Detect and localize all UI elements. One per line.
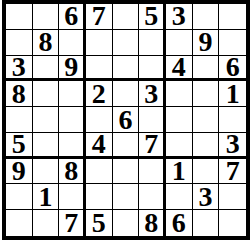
cell-r1c9[interactable] <box>219 4 246 30</box>
cell-r1c7[interactable]: 3 <box>166 4 193 30</box>
cell-r9c3[interactable]: 7 <box>59 210 86 236</box>
cell-r8c2[interactable]: 1 <box>33 184 60 210</box>
cell-r5c4[interactable] <box>86 107 113 133</box>
cell-r8c6[interactable] <box>139 184 166 210</box>
cell-r6c7[interactable] <box>166 133 193 159</box>
cell-r8c5[interactable] <box>113 184 140 210</box>
cell-r5c5[interactable]: 6 <box>113 107 140 133</box>
cell-r4c3[interactable] <box>59 81 86 107</box>
cell-r5c1[interactable] <box>6 107 33 133</box>
cell-r2c3[interactable] <box>59 30 86 56</box>
cell-r7c9[interactable]: 7 <box>219 159 246 185</box>
cell-r9c5[interactable] <box>113 210 140 236</box>
cell-r6c1[interactable]: 5 <box>6 133 33 159</box>
cell-r2c5[interactable] <box>113 30 140 56</box>
cell-r6c8[interactable] <box>193 133 220 159</box>
cell-r9c4[interactable]: 5 <box>86 210 113 236</box>
cell-r7c1[interactable]: 9 <box>6 159 33 185</box>
cell-r2c4[interactable] <box>86 30 113 56</box>
cell-r6c5[interactable] <box>113 133 140 159</box>
sudoku-board: 67538939468231654739817137586 <box>2 0 250 240</box>
cell-r9c9[interactable] <box>219 210 246 236</box>
cell-r3c7[interactable]: 4 <box>166 56 193 82</box>
cell-r4c6[interactable]: 3 <box>139 81 166 107</box>
cell-r5c9[interactable] <box>219 107 246 133</box>
cell-r4c5[interactable] <box>113 81 140 107</box>
cell-r3c5[interactable] <box>113 56 140 82</box>
cell-r7c2[interactable] <box>33 159 60 185</box>
cell-r7c5[interactable] <box>113 159 140 185</box>
cell-r2c2[interactable]: 8 <box>33 30 60 56</box>
cell-r3c8[interactable] <box>193 56 220 82</box>
cell-r7c6[interactable] <box>139 159 166 185</box>
cell-r7c3[interactable]: 8 <box>59 159 86 185</box>
cell-r3c6[interactable] <box>139 56 166 82</box>
cell-r9c2[interactable] <box>33 210 60 236</box>
cell-r7c4[interactable] <box>86 159 113 185</box>
cell-r1c1[interactable] <box>6 4 33 30</box>
cell-r9c7[interactable]: 6 <box>166 210 193 236</box>
cell-r1c8[interactable] <box>193 4 220 30</box>
cell-r9c1[interactable] <box>6 210 33 236</box>
cell-r6c6[interactable]: 7 <box>139 133 166 159</box>
cell-r1c3[interactable]: 6 <box>59 4 86 30</box>
cell-r5c7[interactable] <box>166 107 193 133</box>
cell-r1c4[interactable]: 7 <box>86 4 113 30</box>
cell-r5c6[interactable] <box>139 107 166 133</box>
cell-r7c8[interactable] <box>193 159 220 185</box>
cell-r2c9[interactable] <box>219 30 246 56</box>
cell-r8c7[interactable] <box>166 184 193 210</box>
cell-r4c8[interactable] <box>193 81 220 107</box>
cell-r3c3[interactable]: 9 <box>59 56 86 82</box>
cell-r6c2[interactable] <box>33 133 60 159</box>
cell-r2c1[interactable] <box>6 30 33 56</box>
cell-r9c6[interactable]: 8 <box>139 210 166 236</box>
cell-r4c4[interactable]: 2 <box>86 81 113 107</box>
cell-r6c3[interactable] <box>59 133 86 159</box>
cell-r7c7[interactable]: 1 <box>166 159 193 185</box>
cell-r4c1[interactable]: 8 <box>6 81 33 107</box>
cell-r1c2[interactable] <box>33 4 60 30</box>
cell-r4c9[interactable]: 1 <box>219 81 246 107</box>
cell-r2c6[interactable] <box>139 30 166 56</box>
cell-r3c2[interactable] <box>33 56 60 82</box>
cell-r8c8[interactable]: 3 <box>193 184 220 210</box>
cell-r6c4[interactable]: 4 <box>86 133 113 159</box>
cell-r1c5[interactable] <box>113 4 140 30</box>
cell-r4c2[interactable] <box>33 81 60 107</box>
cell-r2c7[interactable] <box>166 30 193 56</box>
cell-r8c4[interactable] <box>86 184 113 210</box>
cell-r3c9[interactable]: 6 <box>219 56 246 82</box>
cell-r6c9[interactable]: 3 <box>219 133 246 159</box>
cell-r5c3[interactable] <box>59 107 86 133</box>
cell-r8c9[interactable] <box>219 184 246 210</box>
cell-r2c8[interactable]: 9 <box>193 30 220 56</box>
cell-r9c8[interactable] <box>193 210 220 236</box>
cell-r8c1[interactable] <box>6 184 33 210</box>
cell-r4c7[interactable] <box>166 81 193 107</box>
cell-r3c1[interactable]: 3 <box>6 56 33 82</box>
cell-r3c4[interactable] <box>86 56 113 82</box>
cell-r8c3[interactable] <box>59 184 86 210</box>
cell-r5c2[interactable] <box>33 107 60 133</box>
cell-r5c8[interactable] <box>193 107 220 133</box>
cell-r1c6[interactable]: 5 <box>139 4 166 30</box>
